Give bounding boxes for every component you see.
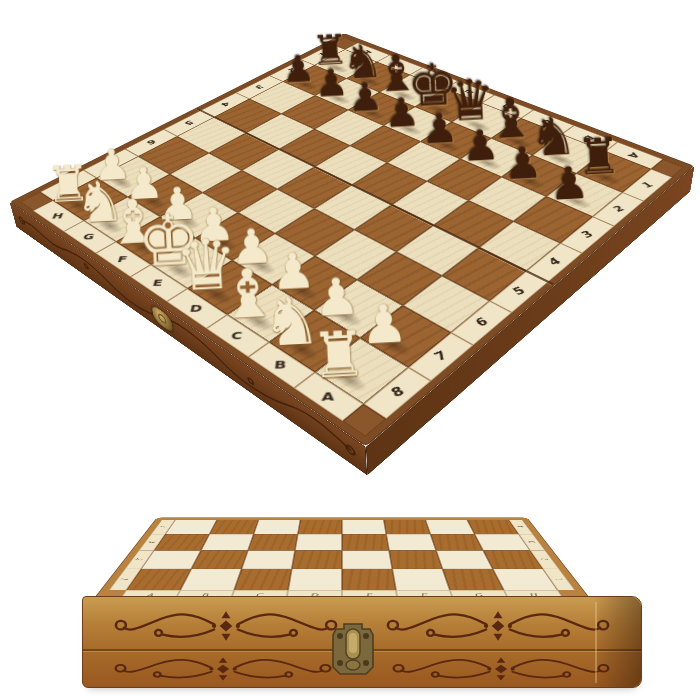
file-label-text: H (51, 211, 65, 220)
rank-label-text: 3 (579, 229, 597, 240)
square-c3 (427, 159, 502, 201)
box-corner-edge (595, 602, 597, 683)
file-label-text: C (539, 118, 555, 126)
file-label-text: B (274, 358, 287, 371)
file-label-far-E: E (445, 81, 494, 103)
file-label-text: D (189, 302, 204, 313)
piece-shadow (291, 78, 321, 92)
square-g5 (209, 133, 280, 171)
box-square-d3 (295, 534, 342, 550)
rank-label-text: 5 (511, 285, 529, 298)
square-e5 (277, 166, 352, 208)
dark-rook-h1: ♜ (311, 29, 350, 72)
box-square-d2 (292, 550, 342, 569)
dark-pawn-e2: ♟ (383, 92, 421, 134)
box-square-c4 (254, 520, 301, 534)
flourish-carving-icon (107, 654, 339, 684)
box-square-f3 (386, 534, 436, 550)
box-square-f4 (384, 520, 431, 534)
box-rank-label-text: 4 (515, 526, 525, 528)
box-square-d1 (288, 569, 342, 590)
box-lid-checkerboard: 44332211ABCDEFGH (92, 518, 592, 602)
box-square-d4 (298, 520, 342, 534)
flourish-carving-icon (385, 654, 617, 684)
product-photo-stage: HGFEDCBA1♜♞♝♚♛♝♞♜12♟♟♟♟♟♟♟♟2334455667♟♟♟… (0, 0, 700, 700)
box-square-b4 (209, 520, 258, 534)
rank-label-text: 2 (286, 67, 299, 74)
chess-board-grid: HGFEDCBA1♜♞♝♚♛♝♞♜12♟♟♟♟♟♟♟♟2334455667♟♟♟… (22, 38, 682, 434)
rank-label-text: 3 (253, 84, 266, 91)
brass-latch-icon (330, 621, 376, 677)
square-e4 (315, 145, 388, 185)
rank-label-far-5: 5 (164, 110, 214, 136)
file-label-text: G (82, 232, 96, 241)
piece-shadow (392, 121, 426, 137)
rank-label-text: 4 (546, 256, 564, 268)
dark-king-e1: ♚ (406, 55, 460, 115)
dark-pawn-f2: ♟ (347, 77, 384, 117)
file-label-text: E (152, 277, 164, 288)
square-g4 (246, 113, 315, 149)
box-rank-label-text: 3 (147, 541, 158, 543)
board-plane: HGFEDCBA1♜♞♝♚♛♝♞♜12♟♟♟♟♟♟♟♟2334455667♟♟♟… (10, 33, 695, 446)
box-square-e1 (342, 569, 396, 590)
rank-label-text: 5 (183, 119, 196, 127)
rank-label-far-4: 4 (201, 93, 250, 117)
dark-bishop-f1: ♝ (373, 48, 420, 100)
file-label-text: F (116, 254, 129, 264)
square-f3 (315, 110, 384, 145)
box-rank-label-text: 4 (158, 526, 168, 528)
rank-label-far-6: 6 (125, 129, 177, 156)
file-label-text: A (321, 389, 334, 403)
box-square-e2 (342, 550, 392, 569)
dark-pawn-d2: ♟ (421, 107, 460, 150)
square-e2: ♟ (383, 106, 452, 141)
file-label-far-G: G (377, 55, 423, 75)
rank-label-text: 7 (432, 349, 451, 364)
rank-label-far-1: 1 (301, 44, 345, 65)
rank-label-text: 8 (388, 384, 407, 400)
file-label-far-H: H (345, 43, 390, 62)
box-rank-label-text: 2 (134, 558, 146, 560)
rank-label-text: 1 (317, 51, 330, 57)
file-label-text: E (462, 88, 476, 95)
rank-label-text: 1 (639, 180, 656, 190)
file-label-far-D: D (482, 95, 533, 118)
box-square-c3 (248, 534, 298, 550)
rank-label-far-2: 2 (270, 60, 315, 82)
piece-shadow (461, 117, 496, 133)
frame-corner-block (331, 38, 357, 50)
light-pawn-a7: ♟ (359, 297, 409, 352)
box-square-e4 (342, 520, 386, 534)
box-square-c1 (234, 569, 292, 590)
box-square-f2 (389, 550, 442, 569)
box-rank-label-text: 1 (119, 578, 132, 581)
flourish-carving-icon (107, 607, 345, 645)
file-label-text: C (231, 329, 244, 341)
dark-pawn-c2: ♟ (461, 124, 501, 168)
box-rank-label-text: 2 (538, 558, 550, 560)
box-rank-label-text: 3 (526, 541, 537, 543)
file-label-far-C: C (521, 110, 574, 134)
box-square-e3 (342, 534, 389, 550)
board-frame: HGFEDCBA1♜♞♝♚♛♝♞♜12♟♟♟♟♟♟♟♟2334455667♟♟♟… (10, 33, 695, 446)
closed-chess-box: 44332211ABCDEFGH (60, 482, 650, 696)
box-square-b3 (201, 534, 254, 550)
box-square-b1 (180, 569, 241, 590)
rank-label-text: 6 (145, 138, 159, 146)
square-e3 (350, 125, 421, 162)
square-g3 (281, 95, 348, 129)
file-label-far-F: F (410, 68, 458, 89)
square-d3 (387, 142, 460, 181)
piece-shadow (423, 102, 456, 117)
square-f4 (279, 129, 350, 166)
file-label-text: D (499, 102, 515, 110)
square-d4 (352, 163, 427, 205)
piece-shadow (323, 91, 355, 106)
flourish-carving-icon (379, 607, 617, 645)
square-f5 (242, 149, 315, 189)
box-front-face (82, 596, 642, 688)
box-lid-wrapper: 44332211ABCDEFGH (60, 482, 650, 600)
dark-queen-d1: ♛ (444, 72, 497, 131)
rank-label-text: 2 (610, 204, 627, 214)
light-rook-a8: ♜ (309, 323, 368, 388)
rank-label-far-3: 3 (236, 76, 283, 99)
rank-label-text: 6 (473, 316, 491, 330)
file-label-text: G (392, 61, 406, 68)
box-square-b2 (191, 550, 248, 569)
file-label-text: H (360, 49, 374, 56)
box-square-f1 (392, 569, 450, 590)
piece-shadow (322, 61, 352, 74)
open-chess-board: HGFEDCBA1♜♞♝♚♛♝♞♜12♟♟♟♟♟♟♟♟2334455667♟♟♟… (102, 0, 602, 434)
board-tilt-wrapper: HGFEDCBA1♜♞♝♚♛♝♞♜12♟♟♟♟♟♟♟♟2334455667♟♟♟… (97, 0, 607, 439)
dark-pawn-g2: ♟ (314, 63, 350, 102)
piece-shadow (429, 137, 464, 154)
piece-shadow (388, 88, 420, 103)
square-f2: ♟ (348, 92, 415, 125)
rank-label-text: 4 (219, 101, 232, 108)
file-label-text: A (625, 151, 643, 160)
square-d2: ♟ (421, 122, 492, 159)
piece-shadow (356, 106, 389, 122)
file-label-text: F (427, 75, 441, 82)
box-square-c2 (241, 550, 294, 569)
square-g2: ♟ (315, 78, 380, 110)
dark-pawn-b2: ♟ (503, 141, 544, 186)
dark-pawn-a2: ♟ (548, 160, 590, 207)
piece-shadow (469, 154, 506, 172)
dark-knight-g1: ♞ (341, 37, 384, 85)
piece-shadow (354, 74, 385, 88)
box-rank-label-text: 1 (552, 578, 565, 581)
